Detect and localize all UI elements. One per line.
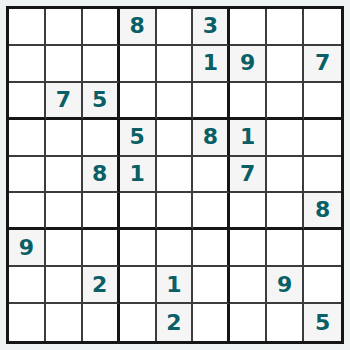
cell-r2c7-given: 9 — [230, 46, 267, 83]
cell-r7c6-empty[interactable] — [193, 230, 230, 267]
cell-r6c5-empty[interactable] — [157, 193, 194, 230]
cell-r9c5-given: 2 — [157, 304, 194, 341]
cell-r2c4-empty[interactable] — [120, 46, 157, 83]
cell-r9c7-empty[interactable] — [230, 304, 267, 341]
cell-r4c1-empty[interactable] — [9, 120, 46, 157]
cell-r8c3-given: 2 — [83, 267, 120, 304]
cell-r1c4-given: 8 — [120, 9, 157, 46]
cell-r6c6-empty[interactable] — [193, 193, 230, 230]
cell-r2c2-empty[interactable] — [46, 46, 83, 83]
cell-r2c9-given: 7 — [304, 46, 341, 83]
cell-r6c2-empty[interactable] — [46, 193, 83, 230]
cell-r8c8-given: 9 — [267, 267, 304, 304]
cell-r3c7-empty[interactable] — [230, 83, 267, 120]
cell-r5c7-given: 7 — [230, 157, 267, 194]
cell-r6c1-empty[interactable] — [9, 193, 46, 230]
cell-r7c8-empty[interactable] — [267, 230, 304, 267]
cell-r3c4-empty[interactable] — [120, 83, 157, 120]
cell-r9c3-empty[interactable] — [83, 304, 120, 341]
cell-r3c5-empty[interactable] — [157, 83, 194, 120]
cell-r3c9-empty[interactable] — [304, 83, 341, 120]
cell-r9c9-given: 5 — [304, 304, 341, 341]
cell-r8c7-empty[interactable] — [230, 267, 267, 304]
cell-r5c8-empty[interactable] — [267, 157, 304, 194]
cell-r8c9-empty[interactable] — [304, 267, 341, 304]
cell-r8c2-empty[interactable] — [46, 267, 83, 304]
cell-r6c3-empty[interactable] — [83, 193, 120, 230]
cell-r5c5-empty[interactable] — [157, 157, 194, 194]
cell-r9c1-empty[interactable] — [9, 304, 46, 341]
cell-r1c3-empty[interactable] — [83, 9, 120, 46]
sudoku-board: 83197755818178921925 — [6, 6, 344, 344]
cell-r6c7-empty[interactable] — [230, 193, 267, 230]
cell-r3c8-empty[interactable] — [267, 83, 304, 120]
cell-r1c8-empty[interactable] — [267, 9, 304, 46]
cell-r7c2-empty[interactable] — [46, 230, 83, 267]
cell-r5c2-empty[interactable] — [46, 157, 83, 194]
cell-r2c8-empty[interactable] — [267, 46, 304, 83]
cell-r9c4-empty[interactable] — [120, 304, 157, 341]
cell-r7c9-empty[interactable] — [304, 230, 341, 267]
cell-r7c4-empty[interactable] — [120, 230, 157, 267]
cell-r1c5-empty[interactable] — [157, 9, 194, 46]
cell-r3c1-empty[interactable] — [9, 83, 46, 120]
cell-r8c4-empty[interactable] — [120, 267, 157, 304]
cell-r7c3-empty[interactable] — [83, 230, 120, 267]
cell-r2c6-given: 1 — [193, 46, 230, 83]
cell-r1c2-empty[interactable] — [46, 9, 83, 46]
cell-r1c7-empty[interactable] — [230, 9, 267, 46]
cell-r3c2-given: 7 — [46, 83, 83, 120]
cell-r8c1-empty[interactable] — [9, 267, 46, 304]
cell-r4c3-empty[interactable] — [83, 120, 120, 157]
cell-r6c4-empty[interactable] — [120, 193, 157, 230]
cell-r2c1-empty[interactable] — [9, 46, 46, 83]
cell-r4c4-given: 5 — [120, 120, 157, 157]
cell-r9c2-empty[interactable] — [46, 304, 83, 341]
cell-r7c7-empty[interactable] — [230, 230, 267, 267]
cell-r4c9-empty[interactable] — [304, 120, 341, 157]
cell-r6c9-given: 8 — [304, 193, 341, 230]
cell-r1c9-empty[interactable] — [304, 9, 341, 46]
cell-r5c6-empty[interactable] — [193, 157, 230, 194]
cell-r8c5-given: 1 — [157, 267, 194, 304]
cell-r4c2-empty[interactable] — [46, 120, 83, 157]
cell-r7c5-empty[interactable] — [157, 230, 194, 267]
cell-r4c5-empty[interactable] — [157, 120, 194, 157]
cell-r5c3-given: 8 — [83, 157, 120, 194]
cell-r5c1-empty[interactable] — [9, 157, 46, 194]
cell-r1c1-empty[interactable] — [9, 9, 46, 46]
cell-r4c7-given: 1 — [230, 120, 267, 157]
cell-r5c9-empty[interactable] — [304, 157, 341, 194]
cell-r9c6-empty[interactable] — [193, 304, 230, 341]
cell-r8c6-empty[interactable] — [193, 267, 230, 304]
cell-r7c1-given: 9 — [9, 230, 46, 267]
cell-r1c6-given: 3 — [193, 9, 230, 46]
cell-r4c6-given: 8 — [193, 120, 230, 157]
cell-r2c3-empty[interactable] — [83, 46, 120, 83]
cell-r5c4-given: 1 — [120, 157, 157, 194]
cell-r9c8-empty[interactable] — [267, 304, 304, 341]
cell-r2c5-empty[interactable] — [157, 46, 194, 83]
cell-r3c3-given: 5 — [83, 83, 120, 120]
cell-r3c6-empty[interactable] — [193, 83, 230, 120]
cell-r6c8-empty[interactable] — [267, 193, 304, 230]
cell-r4c8-empty[interactable] — [267, 120, 304, 157]
